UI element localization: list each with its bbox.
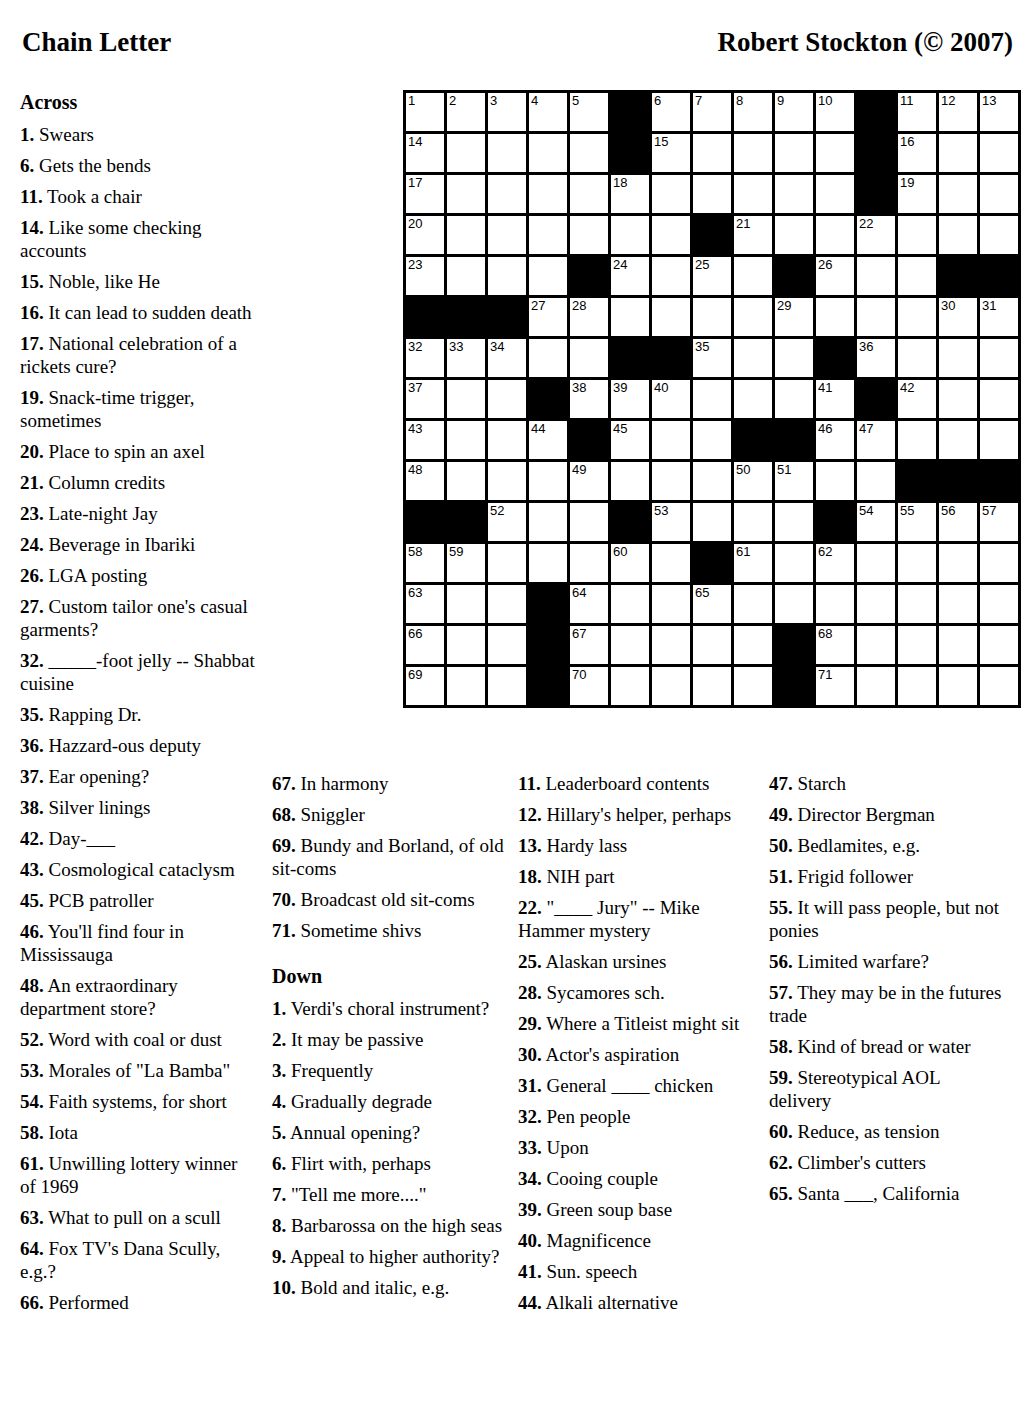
across-clues-list: 1. Swears6. Gets the bends11. Took a cha… <box>20 123 256 1314</box>
cell-number: 4 <box>531 93 538 108</box>
grid-cell-r4c2[interactable] <box>447 216 485 254</box>
grid-cell-r8c8[interactable] <box>693 380 731 418</box>
grid-cell-r14c13[interactable] <box>898 626 936 664</box>
grid-cell-r10c4[interactable] <box>529 462 567 500</box>
block-cell <box>529 626 567 664</box>
grid-cell-r11c12[interactable]: 54 <box>857 503 895 541</box>
block-cell <box>775 667 813 705</box>
grid-cell-r8c6[interactable]: 39 <box>611 380 649 418</box>
grid-cell-r5c11[interactable]: 26 <box>816 257 854 295</box>
cell-number: 37 <box>408 380 422 395</box>
grid-cell-r9c11[interactable]: 46 <box>816 421 854 459</box>
grid-cell-r1c11[interactable]: 10 <box>816 93 854 131</box>
grid-cell-r15c12[interactable] <box>857 667 895 705</box>
cell-number: 45 <box>613 421 627 436</box>
grid-cell-r15c13[interactable] <box>898 667 936 705</box>
grid-cell-r14c11[interactable]: 68 <box>816 626 854 664</box>
grid-cell-r12c13[interactable] <box>898 544 936 582</box>
grid-cell-r6c5[interactable]: 28 <box>570 298 608 336</box>
grid-cell-r12c3[interactable] <box>488 544 526 582</box>
grid-cell-r13c11[interactable] <box>816 585 854 623</box>
grid-cell-r1c4[interactable]: 4 <box>529 93 567 131</box>
grid-cell-r12c2[interactable]: 59 <box>447 544 485 582</box>
grid-cell-r5c9[interactable] <box>734 257 772 295</box>
grid-cell-r3c14[interactable] <box>939 175 977 213</box>
grid-cell-r7c5[interactable] <box>570 339 608 377</box>
grid-cell-r11c5[interactable] <box>570 503 608 541</box>
grid-cell-r13c13[interactable] <box>898 585 936 623</box>
block-cell <box>447 298 485 336</box>
grid-cell-r13c5[interactable]: 64 <box>570 585 608 623</box>
grid-cell-r11c7[interactable]: 53 <box>652 503 690 541</box>
grid-cell-r15c14[interactable] <box>939 667 977 705</box>
grid-cell-r10c11[interactable] <box>816 462 854 500</box>
grid-cell-r6c7[interactable] <box>652 298 690 336</box>
block-cell <box>570 421 608 459</box>
block-cell <box>693 544 731 582</box>
grid-cell-r4c10[interactable] <box>775 216 813 254</box>
cell-number: 61 <box>736 544 750 559</box>
grid-cell-r8c11[interactable]: 41 <box>816 380 854 418</box>
cell-number: 53 <box>654 503 668 518</box>
grid-cell-r2c15[interactable] <box>980 134 1018 172</box>
down-clue-25: 25. Alaskan ursines <box>518 950 756 973</box>
grid-cell-r10c12[interactable] <box>857 462 895 500</box>
grid-cell-r11c9[interactable] <box>734 503 772 541</box>
cell-number: 27 <box>531 298 545 313</box>
grid-cell-r12c4[interactable] <box>529 544 567 582</box>
grid-cell-r2c4[interactable] <box>529 134 567 172</box>
grid-cell-r9c6[interactable]: 45 <box>611 421 649 459</box>
clue-number: 51. <box>769 866 793 887</box>
grid-cell-r15c2[interactable] <box>447 667 485 705</box>
grid-cell-r2c9[interactable] <box>734 134 772 172</box>
grid-cell-r12c1[interactable]: 58 <box>406 544 444 582</box>
grid-cell-r7c10[interactable] <box>775 339 813 377</box>
across-clue-61: 61. Unwilling lottery winner of 1969 <box>20 1152 256 1198</box>
grid-cell-r8c13[interactable]: 42 <box>898 380 936 418</box>
grid-cell-r13c1[interactable]: 63 <box>406 585 444 623</box>
grid-cell-r13c12[interactable] <box>857 585 895 623</box>
grid-cell-r4c12[interactable]: 22 <box>857 216 895 254</box>
grid-cell-r14c6[interactable] <box>611 626 649 664</box>
grid-cell-r7c2[interactable]: 33 <box>447 339 485 377</box>
grid-cell-r3c9[interactable] <box>734 175 772 213</box>
across-clue-67: 67. In harmony <box>272 772 504 795</box>
across-clue-23: 23. Late-night Jay <box>20 502 256 525</box>
grid-cell-r13c2[interactable] <box>447 585 485 623</box>
grid-cell-r8c2[interactable] <box>447 380 485 418</box>
clue-number: 58. <box>769 1036 793 1057</box>
grid-cell-r5c1[interactable]: 23 <box>406 257 444 295</box>
clue-number: 58. <box>20 1122 44 1143</box>
block-cell <box>734 421 772 459</box>
grid-cell-r6c15[interactable]: 31 <box>980 298 1018 336</box>
cell-number: 39 <box>613 380 627 395</box>
grid-cell-r1c5[interactable]: 5 <box>570 93 608 131</box>
clue-number: 69. <box>272 835 296 856</box>
grid-cell-r3c10[interactable] <box>775 175 813 213</box>
grid-cell-r2c10[interactable] <box>775 134 813 172</box>
grid-cell-r10c3[interactable] <box>488 462 526 500</box>
grid-cell-r6c9[interactable] <box>734 298 772 336</box>
grid-cell-r5c6[interactable]: 24 <box>611 257 649 295</box>
grid-cell-r14c2[interactable] <box>447 626 485 664</box>
grid-cell-r15c7[interactable] <box>652 667 690 705</box>
clue-number: 68. <box>272 804 296 825</box>
cell-number: 38 <box>572 380 586 395</box>
clue-number: 37. <box>20 766 44 787</box>
grid-cell-r8c3[interactable] <box>488 380 526 418</box>
grid-cell-r2c13[interactable]: 16 <box>898 134 936 172</box>
block-cell <box>898 462 936 500</box>
clue-number: 47. <box>769 773 793 794</box>
grid-cell-r9c2[interactable] <box>447 421 485 459</box>
clue-number: 2. <box>272 1029 286 1050</box>
across-clue-42: 42. Day-___ <box>20 827 256 850</box>
grid-cell-r8c10[interactable] <box>775 380 813 418</box>
grid-cell-r3c8[interactable] <box>693 175 731 213</box>
block-cell <box>939 462 977 500</box>
grid-cell-r1c10[interactable]: 9 <box>775 93 813 131</box>
across-clue-14: 14. Like some checking accounts <box>20 216 256 262</box>
grid-cell-r12c6[interactable]: 60 <box>611 544 649 582</box>
grid-cell-r1c13[interactable]: 11 <box>898 93 936 131</box>
cell-number: 59 <box>449 544 463 559</box>
grid-cell-r1c3[interactable]: 3 <box>488 93 526 131</box>
grid-cell-r10c8[interactable] <box>693 462 731 500</box>
grid-cell-r14c15[interactable] <box>980 626 1018 664</box>
grid-cell-r7c8[interactable]: 35 <box>693 339 731 377</box>
grid-cell-r8c5[interactable]: 38 <box>570 380 608 418</box>
grid-cell-r4c13[interactable] <box>898 216 936 254</box>
clue-number: 70. <box>272 889 296 910</box>
down-clue-29: 29. Where a Titleist might sit <box>518 1012 756 1035</box>
block-cell <box>775 626 813 664</box>
clue-number: 4. <box>272 1091 286 1112</box>
grid-cell-r10c9[interactable]: 50 <box>734 462 772 500</box>
down-clue-7: 7. "Tell me more...." <box>272 1183 504 1206</box>
grid-cell-r2c1[interactable]: 14 <box>406 134 444 172</box>
across-clue-38: 38. Silver linings <box>20 796 256 819</box>
grid-cell-r12c9[interactable]: 61 <box>734 544 772 582</box>
grid-cell-r4c15[interactable] <box>980 216 1018 254</box>
grid-cell-r4c5[interactable] <box>570 216 608 254</box>
clue-column-4: 47. Starch49. Director Bergman50. Bedlam… <box>769 772 1005 1213</box>
grid-cell-r14c1[interactable]: 66 <box>406 626 444 664</box>
grid-cell-r1c1[interactable]: 1 <box>406 93 444 131</box>
grid-cell-r7c13[interactable] <box>898 339 936 377</box>
grid-cell-r2c11[interactable] <box>816 134 854 172</box>
grid-cell-r6c13[interactable] <box>898 298 936 336</box>
grid-cell-r4c6[interactable] <box>611 216 649 254</box>
down-clue-9: 9. Appeal to higher authority? <box>272 1245 504 1268</box>
down-clue-1: 1. Verdi's choral instrument? <box>272 997 504 1020</box>
clue-number: 30. <box>518 1044 542 1065</box>
grid-cell-r12c14[interactable] <box>939 544 977 582</box>
grid-cell-r7c4[interactable] <box>529 339 567 377</box>
grid-cell-r11c4[interactable] <box>529 503 567 541</box>
grid-cell-r5c2[interactable] <box>447 257 485 295</box>
grid-cell-r13c7[interactable] <box>652 585 690 623</box>
cell-number: 54 <box>859 503 873 518</box>
cell-number: 28 <box>572 298 586 313</box>
cell-number: 3 <box>490 93 497 108</box>
clue-number: 15. <box>20 271 44 292</box>
grid-cell-r3c11[interactable] <box>816 175 854 213</box>
clue-number: 50. <box>769 835 793 856</box>
cell-number: 8 <box>736 93 743 108</box>
grid-cell-r13c15[interactable] <box>980 585 1018 623</box>
clue-number: 64. <box>20 1238 44 1259</box>
grid-cell-r9c3[interactable] <box>488 421 526 459</box>
cell-number: 13 <box>982 93 996 108</box>
cell-number: 7 <box>695 93 702 108</box>
grid-cell-r10c10[interactable]: 51 <box>775 462 813 500</box>
grid-cell-r7c15[interactable] <box>980 339 1018 377</box>
cell-number: 42 <box>900 380 914 395</box>
grid-cell-r8c7[interactable]: 40 <box>652 380 690 418</box>
grid-cell-r6c11[interactable] <box>816 298 854 336</box>
grid-cell-r13c6[interactable] <box>611 585 649 623</box>
down-clue-30: 30. Actor's aspiration <box>518 1043 756 1066</box>
grid-cell-r12c10[interactable] <box>775 544 813 582</box>
grid-cell-r10c7[interactable] <box>652 462 690 500</box>
grid-cell-r8c15[interactable] <box>980 380 1018 418</box>
grid-cell-r9c8[interactable] <box>693 421 731 459</box>
grid-cell-r14c3[interactable] <box>488 626 526 664</box>
grid-cell-r7c9[interactable] <box>734 339 772 377</box>
grid-cell-r1c15[interactable]: 13 <box>980 93 1018 131</box>
block-cell <box>611 93 649 131</box>
grid-cell-r14c7[interactable] <box>652 626 690 664</box>
clue-number: 48. <box>20 975 44 996</box>
grid-cell-r15c9[interactable] <box>734 667 772 705</box>
down-clue-3: 3. Frequently <box>272 1059 504 1082</box>
block-cell <box>775 257 813 295</box>
clue-number: 54. <box>20 1091 44 1112</box>
grid-cell-r13c9[interactable] <box>734 585 772 623</box>
grid-cell-r13c8[interactable]: 65 <box>693 585 731 623</box>
down-clue-40: 40. Magnificence <box>518 1229 756 1252</box>
grid-cell-r15c1[interactable]: 69 <box>406 667 444 705</box>
grid-cell-r5c13[interactable] <box>898 257 936 295</box>
grid-cell-r10c6[interactable] <box>611 462 649 500</box>
grid-cell-r9c12[interactable]: 47 <box>857 421 895 459</box>
grid-cell-r6c14[interactable]: 30 <box>939 298 977 336</box>
grid-cell-r1c14[interactable]: 12 <box>939 93 977 131</box>
grid-cell-r12c5[interactable] <box>570 544 608 582</box>
block-cell <box>693 216 731 254</box>
grid-cell-r2c5[interactable] <box>570 134 608 172</box>
grid-cell-r3c4[interactable] <box>529 175 567 213</box>
grid-cell-r6c6[interactable] <box>611 298 649 336</box>
grid-cell-r6c10[interactable]: 29 <box>775 298 813 336</box>
clue-number: 23. <box>20 503 44 524</box>
grid-cell-r14c9[interactable] <box>734 626 772 664</box>
grid-cell-r15c15[interactable] <box>980 667 1018 705</box>
clue-number: 43. <box>20 859 44 880</box>
block-cell <box>447 503 485 541</box>
grid-cell-r15c6[interactable] <box>611 667 649 705</box>
clue-number: 6. <box>272 1153 286 1174</box>
grid-cell-r3c5[interactable] <box>570 175 608 213</box>
down-clue-13: 13. Hardy lass <box>518 834 756 857</box>
grid-cell-r10c5[interactable]: 49 <box>570 462 608 500</box>
grid-cell-r11c13[interactable]: 55 <box>898 503 936 541</box>
clue-number: 17. <box>20 333 44 354</box>
grid-cell-r4c3[interactable] <box>488 216 526 254</box>
clue-number: 16. <box>20 302 44 323</box>
grid-cell-r15c3[interactable] <box>488 667 526 705</box>
grid-cell-r2c2[interactable] <box>447 134 485 172</box>
across-clue-24: 24. Beverage in Ibariki <box>20 533 256 556</box>
grid-cell-r5c12[interactable] <box>857 257 895 295</box>
across-clue-19: 19. Snack-time trigger, sometimes <box>20 386 256 432</box>
grid-cell-r13c14[interactable] <box>939 585 977 623</box>
grid-cell-r3c6[interactable]: 18 <box>611 175 649 213</box>
cell-number: 15 <box>654 134 668 149</box>
grid-cell-r12c12[interactable] <box>857 544 895 582</box>
grid-cell-r5c4[interactable] <box>529 257 567 295</box>
down-clue-5: 5. Annual opening? <box>272 1121 504 1144</box>
block-cell <box>570 257 608 295</box>
grid-cell-r3c2[interactable] <box>447 175 485 213</box>
grid-cell-r7c12[interactable]: 36 <box>857 339 895 377</box>
grid-cell-r1c8[interactable]: 7 <box>693 93 731 131</box>
grid-cell-r14c14[interactable] <box>939 626 977 664</box>
grid-cell-r8c14[interactable] <box>939 380 977 418</box>
down-clue-4: 4. Gradually degrade <box>272 1090 504 1113</box>
clue-number: 18. <box>518 866 542 887</box>
grid-cell-r4c14[interactable] <box>939 216 977 254</box>
grid-cell-r4c7[interactable] <box>652 216 690 254</box>
clue-number: 1. <box>272 998 286 1019</box>
grid-cell-r8c1[interactable]: 37 <box>406 380 444 418</box>
cell-number: 18 <box>613 175 627 190</box>
grid-cell-r10c1[interactable]: 48 <box>406 462 444 500</box>
grid-cell-r7c1[interactable]: 32 <box>406 339 444 377</box>
grid-cell-r14c12[interactable] <box>857 626 895 664</box>
grid-cell-r3c3[interactable] <box>488 175 526 213</box>
clue-column-3: 11. Leaderboard contents12. Hillary's he… <box>518 772 756 1322</box>
clue-number: 20. <box>20 441 44 462</box>
grid-cell-r11c3[interactable]: 52 <box>488 503 526 541</box>
grid-cell-r1c7[interactable]: 6 <box>652 93 690 131</box>
grid-cell-r5c3[interactable] <box>488 257 526 295</box>
cell-number: 31 <box>982 298 996 313</box>
grid-cell-r4c9[interactable]: 21 <box>734 216 772 254</box>
grid-cell-r8c9[interactable] <box>734 380 772 418</box>
grid-cell-r6c12[interactable] <box>857 298 895 336</box>
across-clue-1: 1. Swears <box>20 123 256 146</box>
cell-number: 22 <box>859 216 873 231</box>
grid-cell-r14c8[interactable] <box>693 626 731 664</box>
grid-cell-r3c1[interactable]: 17 <box>406 175 444 213</box>
clue-number: 32. <box>20 650 44 671</box>
clue-number: 13. <box>518 835 542 856</box>
clue-number: 39. <box>518 1199 542 1220</box>
grid-cell-r9c14[interactable] <box>939 421 977 459</box>
grid-cell-r11c15[interactable]: 57 <box>980 503 1018 541</box>
grid-cell-r4c4[interactable] <box>529 216 567 254</box>
grid-cell-r12c15[interactable] <box>980 544 1018 582</box>
grid-cell-r12c11[interactable]: 62 <box>816 544 854 582</box>
block-cell <box>980 462 1018 500</box>
grid-cell-r15c11[interactable]: 71 <box>816 667 854 705</box>
grid-cell-r6c8[interactable] <box>693 298 731 336</box>
clue-column-2: 67. In harmony68. Sniggler69. Bundy and … <box>272 772 504 1307</box>
cell-number: 20 <box>408 216 422 231</box>
grid-cell-r1c2[interactable]: 2 <box>447 93 485 131</box>
down-clue-65: 65. Santa ___, California <box>769 1182 1005 1205</box>
grid-cell-r11c10[interactable] <box>775 503 813 541</box>
cell-number: 1 <box>408 93 415 108</box>
across-clue-70: 70. Broadcast old sit-coms <box>272 888 504 911</box>
grid-cell-r3c7[interactable] <box>652 175 690 213</box>
clue-number: 12. <box>518 804 542 825</box>
block-cell <box>857 134 895 172</box>
grid-cell-r7c3[interactable]: 34 <box>488 339 526 377</box>
grid-cell-r3c13[interactable]: 19 <box>898 175 936 213</box>
cell-number: 17 <box>408 175 422 190</box>
grid-cell-r4c11[interactable] <box>816 216 854 254</box>
grid-cell-r10c2[interactable] <box>447 462 485 500</box>
across-clue-52: 52. Word with coal or dust <box>20 1028 256 1051</box>
grid-cell-r15c8[interactable] <box>693 667 731 705</box>
grid-cell-r14c5[interactable]: 67 <box>570 626 608 664</box>
grid-cell-r5c7[interactable] <box>652 257 690 295</box>
grid-cell-r9c15[interactable] <box>980 421 1018 459</box>
across-clue-27: 27. Custom tailor one's casual garments? <box>20 595 256 641</box>
grid-cell-r2c7[interactable]: 15 <box>652 134 690 172</box>
grid-cell-r9c7[interactable] <box>652 421 690 459</box>
grid-cell-r15c5[interactable]: 70 <box>570 667 608 705</box>
clue-number: 24. <box>20 534 44 555</box>
clue-number: 11. <box>20 186 43 207</box>
grid-cell-r2c14[interactable] <box>939 134 977 172</box>
grid-cell-r12c7[interactable] <box>652 544 690 582</box>
grid-cell-r5c8[interactable]: 25 <box>693 257 731 295</box>
block-cell <box>775 421 813 459</box>
across-clue-68: 68. Sniggler <box>272 803 504 826</box>
grid-cell-r9c13[interactable] <box>898 421 936 459</box>
across-clue-45: 45. PCB patroller <box>20 889 256 912</box>
clue-column-1: Across 1. Swears6. Gets the bends11. Too… <box>20 90 256 1322</box>
block-cell <box>652 339 690 377</box>
grid-cell-r13c10[interactable] <box>775 585 813 623</box>
grid-cell-r11c8[interactable] <box>693 503 731 541</box>
grid-cell-r13c3[interactable] <box>488 585 526 623</box>
grid-cell-r2c3[interactable] <box>488 134 526 172</box>
down-clue-12: 12. Hillary's helper, perhaps <box>518 803 756 826</box>
grid-cell-r2c8[interactable] <box>693 134 731 172</box>
clue-number: 63. <box>20 1207 44 1228</box>
grid-cell-r1c9[interactable]: 8 <box>734 93 772 131</box>
grid-cell-r6c4[interactable]: 27 <box>529 298 567 336</box>
block-cell <box>816 503 854 541</box>
grid-cell-r9c1[interactable]: 43 <box>406 421 444 459</box>
puzzle-title: Chain Letter <box>22 27 171 58</box>
grid-cell-r3c15[interactable] <box>980 175 1018 213</box>
down-clue-22: 22. "____ Jury" -- Mike Hammer mystery <box>518 896 756 942</box>
grid-cell-r7c14[interactable] <box>939 339 977 377</box>
cell-number: 63 <box>408 585 422 600</box>
cell-number: 21 <box>736 216 750 231</box>
grid-cell-r11c14[interactable]: 56 <box>939 503 977 541</box>
grid-cell-r9c4[interactable]: 44 <box>529 421 567 459</box>
grid-cell-r4c1[interactable]: 20 <box>406 216 444 254</box>
